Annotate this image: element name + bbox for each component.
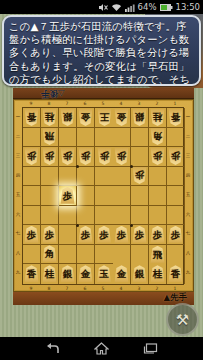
board-cell[interactable]: 香 — [23, 108, 41, 128]
coord-label: 9 — [22, 100, 40, 107]
board-cell[interactable] — [77, 206, 95, 226]
rank-coords-right: 一二三四五六七八九 — [184, 107, 192, 285]
board-cell[interactable]: 歩 — [113, 225, 131, 245]
board-cell[interactable]: 香 — [167, 108, 185, 128]
wifi-icon — [111, 3, 122, 12]
tools-icon: ⚒ — [176, 311, 189, 329]
shogi-piece[interactable]: 歩 — [97, 148, 112, 165]
coord-label: 五 — [184, 185, 192, 205]
coord-label: 4 — [112, 285, 130, 292]
board-cell[interactable]: 歩 — [95, 225, 113, 245]
board-cell[interactable] — [23, 128, 41, 148]
board-cell[interactable] — [77, 245, 95, 265]
game-scene: この▲７五歩が石田流の特徴です。序盤から積極的に仕掛けるパターンも数多くあり、早… — [0, 14, 203, 337]
board-cell[interactable] — [95, 186, 113, 206]
board-cell[interactable] — [95, 245, 113, 265]
board-cell[interactable] — [131, 147, 149, 167]
coord-label: 2 — [148, 285, 166, 292]
coord-label: 8 — [40, 285, 58, 292]
shogi-piece[interactable]: 銀 — [132, 109, 147, 126]
board-cell[interactable]: 飛 — [149, 245, 167, 265]
shogi-piece[interactable]: 金 — [114, 109, 129, 126]
coord-label: 九 — [14, 263, 22, 283]
star-point — [130, 224, 133, 227]
board-cell[interactable]: 銀 — [131, 108, 149, 128]
board-cell[interactable] — [131, 245, 149, 265]
coord-label: 七 — [184, 224, 192, 244]
coord-label: 4 — [112, 100, 130, 107]
board-cell[interactable]: 歩 — [59, 147, 77, 167]
rank-coords-left: 一二三四五六七八九 — [14, 107, 22, 285]
board-cell[interactable]: 王 — [95, 108, 113, 128]
coord-label: 八 — [14, 244, 22, 264]
shogi-piece[interactable]: 金 — [114, 265, 129, 282]
coord-label: 七 — [14, 224, 22, 244]
board-cell[interactable]: 歩 — [41, 147, 59, 167]
shogi-piece[interactable]: 金 — [78, 109, 93, 126]
board-cell[interactable] — [23, 167, 41, 187]
shogi-piece[interactable]: 角 — [150, 128, 165, 145]
coord-label: 三 — [14, 146, 22, 166]
shogi-piece[interactable]: 香 — [24, 109, 39, 126]
shogi-piece[interactable]: 角 — [42, 245, 57, 262]
shogi-piece[interactable]: 香 — [168, 109, 183, 126]
shogi-board: △後手 987654321 一二三四五六七八九 香桂銀金王金銀桂香飛角歩歩歩歩歩… — [13, 88, 194, 305]
shogi-piece[interactable]: 王 — [97, 109, 112, 126]
board-cell[interactable]: 歩 — [23, 225, 41, 245]
coord-label: 二 — [14, 127, 22, 147]
coord-label: 三 — [184, 146, 192, 166]
board-cell[interactable]: 金 — [77, 264, 95, 284]
board-cell[interactable] — [23, 186, 41, 206]
coord-label: 1 — [166, 100, 184, 107]
board-cell[interactable] — [41, 186, 59, 206]
tools-fab-button[interactable]: ⚒ — [166, 303, 199, 336]
board-cell[interactable] — [59, 225, 77, 245]
coord-label: 四 — [14, 166, 22, 186]
board-cell[interactable] — [167, 206, 185, 226]
shogi-piece[interactable]: 歩 — [168, 226, 183, 243]
board-cell[interactable] — [131, 128, 149, 148]
shogi-piece[interactable]: 銀 — [132, 265, 147, 282]
mute-icon — [98, 3, 108, 12]
coord-label: 2 — [148, 100, 166, 107]
board-cell[interactable]: 歩 — [23, 147, 41, 167]
board-cell[interactable] — [95, 128, 113, 148]
board-cell[interactable]: 銀 — [131, 264, 149, 284]
coord-label: 6 — [76, 100, 94, 107]
board-cell[interactable]: 歩 — [167, 225, 185, 245]
board-cell[interactable] — [77, 128, 95, 148]
board-cell[interactable] — [23, 245, 41, 265]
coord-label: 3 — [130, 285, 148, 292]
recents-button[interactable] — [143, 343, 158, 355]
shogi-piece[interactable]: 歩 — [24, 226, 39, 243]
star-point — [76, 165, 79, 168]
coord-label — [184, 100, 192, 107]
board-cell[interactable] — [59, 128, 77, 148]
board-cell[interactable]: 歩 — [77, 147, 95, 167]
coord-label: 二 — [184, 127, 192, 147]
shogi-piece[interactable]: 歩 — [78, 148, 93, 165]
gote-name-bar: △後手 — [13, 88, 194, 99]
tutorial-bubble[interactable]: この▲７五歩が石田流の特徴です。序盤から積極的に仕掛けるパターンも数多くあり、早… — [2, 15, 201, 86]
board-cell[interactable]: 歩 — [113, 147, 131, 167]
coord-label — [14, 285, 22, 292]
board-frame: 987654321 一二三四五六七八九 香桂銀金王金銀桂香飛角歩歩歩歩歩歩歩歩歩… — [13, 99, 194, 292]
board-cell[interactable]: 桂 — [41, 108, 59, 128]
board-cell[interactable]: 歩 — [77, 225, 95, 245]
coord-label: 3 — [130, 100, 148, 107]
board-cell[interactable]: 桂 — [41, 264, 59, 284]
coord-label: 一 — [184, 107, 192, 127]
coord-label: 六 — [184, 205, 192, 225]
board-cell[interactable]: 角 — [149, 128, 167, 148]
tutorial-text: この▲７五歩が石田流の特徴です。序盤から積極的に仕掛けるパターンも数多くあり、早… — [9, 20, 194, 86]
clock: 13:50 — [176, 0, 201, 14]
board-cell[interactable] — [149, 206, 167, 226]
board-cell[interactable]: 香 — [167, 264, 185, 284]
board-cell[interactable]: 金 — [77, 108, 95, 128]
shogi-piece[interactable]: 歩 — [42, 148, 57, 165]
board-cell[interactable]: 歩 — [59, 186, 77, 206]
battery-icon — [160, 3, 173, 12]
shogi-piece[interactable]: 歩 — [24, 148, 39, 165]
coord-label: 九 — [184, 263, 192, 283]
shogi-piece[interactable]: 銀 — [60, 109, 75, 126]
board-cell[interactable]: 歩 — [149, 147, 167, 167]
board-cell[interactable]: 玉 — [95, 264, 113, 284]
star-point — [76, 224, 79, 227]
coord-label: 六 — [14, 205, 22, 225]
board-cell[interactable]: 香 — [23, 264, 41, 284]
shogi-piece[interactable]: 桂 — [150, 109, 165, 126]
android-nav-bar — [0, 337, 203, 360]
shogi-piece[interactable]: 歩 — [150, 148, 165, 165]
coord-label — [184, 285, 192, 292]
shogi-piece[interactable]: 歩 — [132, 226, 147, 243]
board-cell[interactable] — [149, 167, 167, 187]
board-cell[interactable]: 桂 — [149, 108, 167, 128]
file-coords-bottom: 987654321 — [14, 285, 193, 291]
shogi-piece[interactable]: 金 — [78, 265, 93, 282]
shogi-piece[interactable]: 桂 — [42, 265, 57, 282]
battery-percent: 64% — [138, 0, 157, 14]
board-cell[interactable] — [167, 167, 185, 187]
shogi-piece[interactable]: 銀 — [60, 265, 75, 282]
board-cell[interactable]: 歩 — [149, 225, 167, 245]
coord-label: 八 — [184, 244, 192, 264]
star-point — [130, 165, 133, 168]
file-coords-top: 987654321 — [14, 100, 193, 107]
board-cell[interactable]: 銀 — [59, 108, 77, 128]
coord-label: 9 — [22, 285, 40, 292]
sente-name-bar: ▲先手 — [13, 292, 194, 305]
board-cell[interactable] — [113, 128, 131, 148]
shogi-piece[interactable]: 玉 — [97, 265, 112, 282]
coord-label: 四 — [184, 166, 192, 186]
board-cell[interactable] — [113, 186, 131, 206]
shogi-piece[interactable]: 歩 — [97, 226, 112, 243]
app-screen: 64% 13:50 この▲７五歩が石田流の特徴です。序盤から積極的に仕掛けるパタ… — [0, 0, 203, 360]
board-cell[interactable] — [23, 206, 41, 226]
coord-label: 7 — [58, 285, 76, 292]
shogi-piece[interactable]: 歩 — [114, 226, 129, 243]
shogi-piece[interactable]: 歩 — [150, 226, 165, 243]
coord-label: 一 — [14, 107, 22, 127]
board-cell[interactable] — [113, 167, 131, 187]
board-cell[interactable]: 歩 — [41, 225, 59, 245]
shogi-piece[interactable]: 桂 — [150, 265, 165, 282]
board-cell[interactable] — [113, 245, 131, 265]
shogi-piece[interactable]: 歩 — [114, 148, 129, 165]
board-cell[interactable] — [95, 206, 113, 226]
board-cell[interactable] — [77, 186, 95, 206]
board-cell[interactable]: 飛 — [41, 128, 59, 148]
shogi-piece[interactable]: 歩 — [168, 148, 183, 165]
shogi-piece[interactable]: 歩 — [42, 226, 57, 243]
shogi-piece[interactable]: 歩 — [78, 226, 93, 243]
shogi-piece[interactable]: 飛 — [150, 246, 165, 263]
board-cell[interactable]: 歩 — [167, 147, 185, 167]
coord-label: 6 — [76, 285, 94, 292]
board-cell[interactable]: 金 — [113, 264, 131, 284]
board-cell[interactable] — [167, 186, 185, 206]
board-cell[interactable]: 銀 — [59, 264, 77, 284]
board-cell[interactable] — [131, 186, 149, 206]
coord-label: 7 — [58, 100, 76, 107]
board-cell[interactable] — [149, 186, 167, 206]
board-cell[interactable] — [113, 206, 131, 226]
shogi-piece[interactable]: 歩 — [60, 148, 75, 165]
signal-icon — [125, 3, 135, 12]
shogi-piece[interactable]: 香 — [168, 265, 183, 282]
coord-label: 5 — [94, 285, 112, 292]
back-button[interactable] — [45, 343, 61, 355]
board-cell[interactable] — [41, 167, 59, 187]
board-cell[interactable] — [95, 167, 113, 187]
coord-label — [14, 100, 22, 107]
shogi-piece[interactable]: 香 — [24, 265, 39, 282]
board-cell[interactable] — [59, 245, 77, 265]
coord-label: 1 — [166, 285, 184, 292]
status-bar: 64% 13:50 — [0, 0, 203, 14]
board-cell[interactable] — [41, 206, 59, 226]
shogi-piece[interactable]: 歩 — [60, 187, 75, 204]
board-cell[interactable] — [77, 167, 95, 187]
board-cell[interactable]: 桂 — [149, 264, 167, 284]
board-cell[interactable] — [131, 206, 149, 226]
coord-label: 8 — [40, 100, 58, 107]
board-grid[interactable]: 香桂銀金王金銀桂香飛角歩歩歩歩歩歩歩歩歩歩歩歩歩歩歩歩歩歩角飛香桂銀金玉金銀桂香 — [22, 107, 184, 285]
home-button[interactable] — [94, 342, 109, 355]
board-cell[interactable] — [167, 245, 185, 265]
coord-label: 五 — [14, 185, 22, 205]
gote-label: △後手 — [41, 87, 65, 99]
shogi-piece[interactable]: 桂 — [42, 109, 57, 126]
board-cell[interactable]: 歩 — [95, 147, 113, 167]
board-cell[interactable] — [59, 206, 77, 226]
board-cell[interactable]: 歩 — [131, 225, 149, 245]
board-cell[interactable] — [167, 128, 185, 148]
shogi-piece[interactable]: 歩 — [132, 167, 147, 184]
board-cell[interactable] — [59, 167, 77, 187]
board-cell[interactable]: 金 — [113, 108, 131, 128]
shogi-piece[interactable]: 飛 — [42, 128, 57, 145]
board-cell[interactable]: 角 — [41, 245, 59, 265]
board-cell[interactable]: 歩 — [131, 167, 149, 187]
coord-label: 5 — [94, 100, 112, 107]
